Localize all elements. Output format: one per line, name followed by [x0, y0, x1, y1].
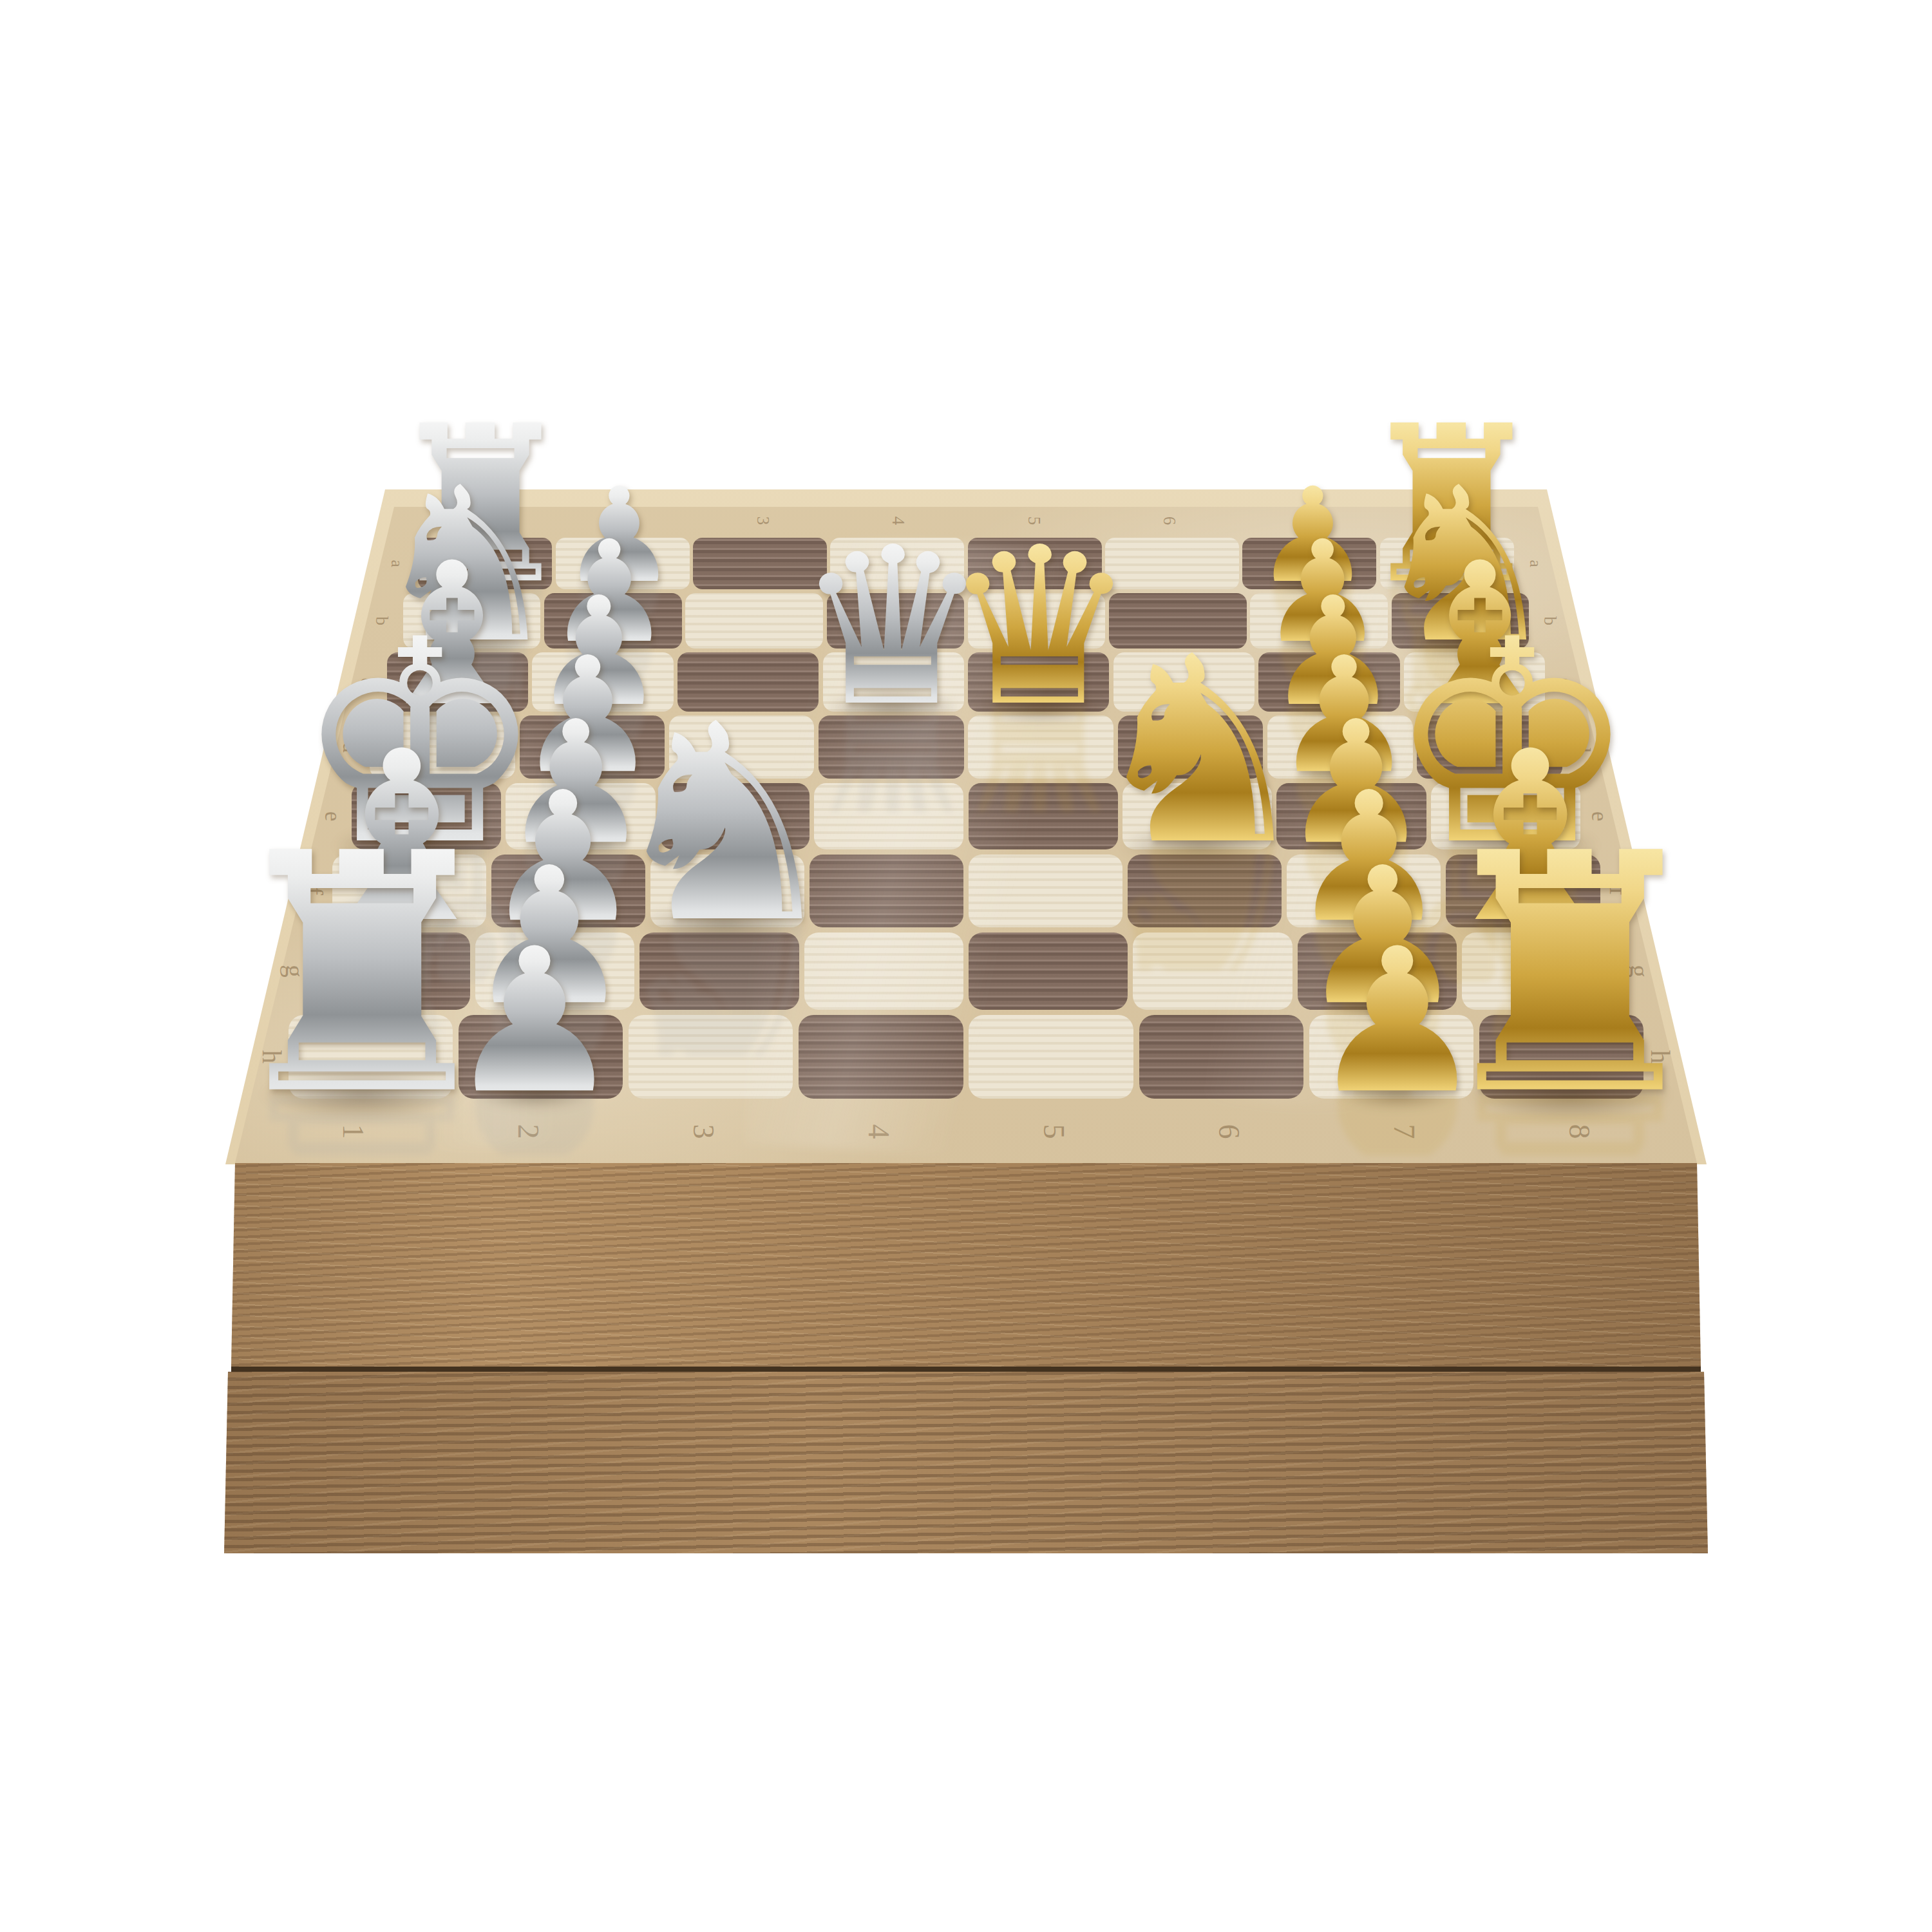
coord-far-rank-3: 3 — [754, 512, 772, 529]
coord-near-rank-6: 6 — [1214, 1117, 1244, 1146]
r-glyph: ♜ — [1405, 811, 1734, 1140]
chess-set-photo: 1122334455667788aabbccddeeffgghh ♜♜♟♟♟♟♜… — [0, 0, 1932, 1932]
coord-near-rank-4: 4 — [864, 1117, 893, 1146]
square-h6[interactable] — [1139, 1015, 1303, 1098]
coord-near-rank-5: 5 — [1039, 1117, 1068, 1146]
coord-near-rank-3: 3 — [688, 1117, 718, 1146]
coord-far-rank-6: 6 — [1160, 512, 1178, 529]
square-h5[interactable] — [969, 1015, 1133, 1098]
p-glyph: ♟ — [435, 922, 634, 1121]
